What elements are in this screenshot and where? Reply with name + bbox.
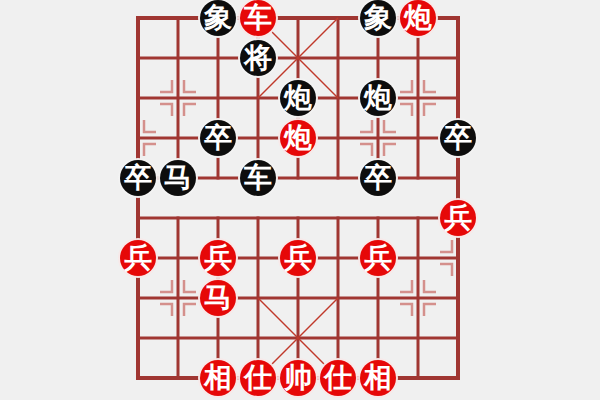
board-grid: 象车象炮将炮炮卒炮卒卒马车卒兵兵兵兵兵马相仕帅仕相 bbox=[118, 0, 478, 398]
board-point-6-8[interactable] bbox=[358, 318, 398, 358]
piece-black-horse[interactable]: 马 bbox=[160, 160, 196, 196]
board-point-1-9[interactable] bbox=[158, 358, 198, 398]
board-point-2-0[interactable]: 象 bbox=[198, 0, 238, 38]
piece-red-elephant[interactable]: 相 bbox=[360, 360, 396, 396]
board-point-7-9[interactable] bbox=[398, 358, 438, 398]
piece-red-elephant[interactable]: 相 bbox=[200, 360, 236, 396]
board-point-3-8[interactable] bbox=[238, 318, 278, 358]
board-point-3-1[interactable]: 将 bbox=[238, 38, 278, 78]
piece-red-cannon[interactable]: 炮 bbox=[280, 120, 316, 156]
board-point-3-5[interactable] bbox=[238, 198, 278, 238]
board-point-0-5[interactable] bbox=[118, 198, 158, 238]
piece-black-elephant[interactable]: 象 bbox=[200, 0, 236, 36]
board-point-4-8[interactable] bbox=[278, 318, 318, 358]
board-point-8-5[interactable]: 兵 bbox=[438, 198, 478, 238]
board-point-0-0[interactable] bbox=[118, 0, 158, 38]
board-point-7-0[interactable]: 炮 bbox=[398, 0, 438, 38]
board-point-0-9[interactable] bbox=[118, 358, 158, 398]
board-point-8-3[interactable]: 卒 bbox=[438, 118, 478, 158]
board-point-2-2[interactable] bbox=[198, 78, 238, 118]
board-point-6-0[interactable]: 象 bbox=[358, 0, 398, 38]
board-point-6-7[interactable] bbox=[358, 278, 398, 318]
board-point-4-1[interactable] bbox=[278, 38, 318, 78]
board-point-2-6[interactable]: 兵 bbox=[198, 238, 238, 278]
piece-black-soldier[interactable]: 卒 bbox=[440, 120, 476, 156]
piece-red-advisor[interactable]: 仕 bbox=[240, 360, 276, 396]
piece-black-elephant[interactable]: 象 bbox=[360, 0, 396, 36]
board-point-7-8[interactable] bbox=[398, 318, 438, 358]
board-point-4-7[interactable] bbox=[278, 278, 318, 318]
board-point-3-4[interactable]: 车 bbox=[238, 158, 278, 198]
board-point-3-6[interactable] bbox=[238, 238, 278, 278]
piece-red-horse[interactable]: 马 bbox=[200, 280, 236, 316]
board-point-1-6[interactable] bbox=[158, 238, 198, 278]
board-point-8-6[interactable] bbox=[438, 238, 478, 278]
piece-red-soldier[interactable]: 兵 bbox=[440, 200, 476, 236]
board-point-3-3[interactable] bbox=[238, 118, 278, 158]
board-point-8-1[interactable] bbox=[438, 38, 478, 78]
board-point-6-5[interactable] bbox=[358, 198, 398, 238]
piece-black-soldier[interactable]: 卒 bbox=[360, 160, 396, 196]
board-point-4-4[interactable] bbox=[278, 158, 318, 198]
board-point-2-4[interactable] bbox=[198, 158, 238, 198]
piece-black-soldier[interactable]: 卒 bbox=[120, 160, 156, 196]
board-point-5-6[interactable] bbox=[318, 238, 358, 278]
board-point-7-7[interactable] bbox=[398, 278, 438, 318]
board-point-0-3[interactable] bbox=[118, 118, 158, 158]
board-point-6-4[interactable]: 卒 bbox=[358, 158, 398, 198]
board-point-6-2[interactable]: 炮 bbox=[358, 78, 398, 118]
board-point-0-6[interactable]: 兵 bbox=[118, 238, 158, 278]
board-point-8-9[interactable] bbox=[438, 358, 478, 398]
piece-red-soldier[interactable]: 兵 bbox=[360, 240, 396, 276]
piece-red-cannon[interactable]: 炮 bbox=[400, 0, 436, 36]
piece-red-general[interactable]: 帅 bbox=[280, 360, 316, 396]
board-point-1-7[interactable] bbox=[158, 278, 198, 318]
board-point-3-9[interactable]: 仕 bbox=[238, 358, 278, 398]
piece-black-cannon[interactable]: 炮 bbox=[280, 80, 316, 116]
board-point-8-2[interactable] bbox=[438, 78, 478, 118]
board-point-3-0[interactable]: 车 bbox=[238, 0, 278, 38]
piece-red-soldier[interactable]: 兵 bbox=[280, 240, 316, 276]
board-point-7-3[interactable] bbox=[398, 118, 438, 158]
board-point-2-3[interactable]: 卒 bbox=[198, 118, 238, 158]
board-point-4-2[interactable]: 炮 bbox=[278, 78, 318, 118]
board-point-0-4[interactable]: 卒 bbox=[118, 158, 158, 198]
board-point-6-9[interactable]: 相 bbox=[358, 358, 398, 398]
board-point-6-1[interactable] bbox=[358, 38, 398, 78]
board-point-4-9[interactable]: 帅 bbox=[278, 358, 318, 398]
board-point-5-7[interactable] bbox=[318, 278, 358, 318]
piece-red-advisor[interactable]: 仕 bbox=[320, 360, 356, 396]
board-point-8-0[interactable] bbox=[438, 0, 478, 38]
board-point-4-3[interactable]: 炮 bbox=[278, 118, 318, 158]
board-point-2-7[interactable]: 马 bbox=[198, 278, 238, 318]
board-point-0-1[interactable] bbox=[118, 38, 158, 78]
board-point-1-3[interactable] bbox=[158, 118, 198, 158]
board-point-4-6[interactable]: 兵 bbox=[278, 238, 318, 278]
board-point-0-7[interactable] bbox=[118, 278, 158, 318]
board-point-2-1[interactable] bbox=[198, 38, 238, 78]
board-point-4-0[interactable] bbox=[278, 0, 318, 38]
board-point-0-2[interactable] bbox=[118, 78, 158, 118]
board-point-2-5[interactable] bbox=[198, 198, 238, 238]
board-point-3-2[interactable] bbox=[238, 78, 278, 118]
board-point-7-1[interactable] bbox=[398, 38, 438, 78]
board-point-8-8[interactable] bbox=[438, 318, 478, 358]
board-point-1-8[interactable] bbox=[158, 318, 198, 358]
board-point-1-2[interactable] bbox=[158, 78, 198, 118]
board-point-5-4[interactable] bbox=[318, 158, 358, 198]
board-point-1-0[interactable] bbox=[158, 0, 198, 38]
board-point-8-4[interactable] bbox=[438, 158, 478, 198]
board-point-6-6[interactable]: 兵 bbox=[358, 238, 398, 278]
board-point-1-4[interactable]: 马 bbox=[158, 158, 198, 198]
board-point-8-7[interactable] bbox=[438, 278, 478, 318]
board-point-5-8[interactable] bbox=[318, 318, 358, 358]
board-point-7-6[interactable] bbox=[398, 238, 438, 278]
piece-red-soldier[interactable]: 兵 bbox=[200, 240, 236, 276]
piece-black-chariot[interactable]: 车 bbox=[240, 160, 276, 196]
piece-red-soldier[interactable]: 兵 bbox=[120, 240, 156, 276]
board-point-7-5[interactable] bbox=[398, 198, 438, 238]
board-point-2-8[interactable] bbox=[198, 318, 238, 358]
board-point-5-5[interactable] bbox=[318, 198, 358, 238]
board-point-3-7[interactable] bbox=[238, 278, 278, 318]
piece-black-cannon[interactable]: 炮 bbox=[360, 80, 396, 116]
board-point-5-2[interactable] bbox=[318, 78, 358, 118]
board-point-7-4[interactable] bbox=[398, 158, 438, 198]
board-point-1-5[interactable] bbox=[158, 198, 198, 238]
board-point-0-8[interactable] bbox=[118, 318, 158, 358]
board-point-5-3[interactable] bbox=[318, 118, 358, 158]
board-point-6-3[interactable] bbox=[358, 118, 398, 158]
piece-black-general[interactable]: 将 bbox=[240, 40, 276, 76]
board-point-1-1[interactable] bbox=[158, 38, 198, 78]
board-point-5-1[interactable] bbox=[318, 38, 358, 78]
board-point-5-0[interactable] bbox=[318, 0, 358, 38]
board-point-7-2[interactable] bbox=[398, 78, 438, 118]
piece-black-soldier[interactable]: 卒 bbox=[200, 120, 236, 156]
board-point-4-5[interactable] bbox=[278, 198, 318, 238]
board-point-2-9[interactable]: 相 bbox=[198, 358, 238, 398]
piece-red-chariot[interactable]: 车 bbox=[240, 0, 276, 36]
board-point-5-9[interactable]: 仕 bbox=[318, 358, 358, 398]
